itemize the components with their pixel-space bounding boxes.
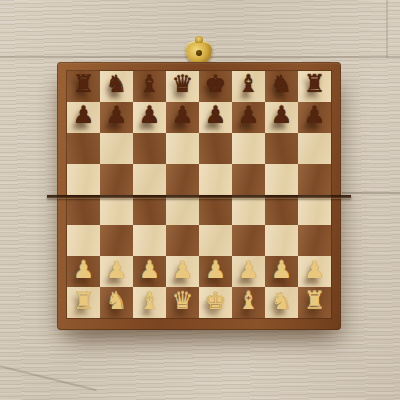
- square-h8[interactable]: ♜: [298, 71, 331, 102]
- square-c8[interactable]: ♝: [133, 71, 166, 102]
- light-bishop-f1[interactable]: ♝: [238, 289, 260, 313]
- light-pawn-d2[interactable]: ♟: [172, 258, 194, 282]
- square-a2[interactable]: ♟: [67, 256, 100, 287]
- square-h5[interactable]: [298, 164, 331, 195]
- square-h3[interactable]: [298, 225, 331, 256]
- dark-pawn-g7[interactable]: ♟: [271, 103, 293, 127]
- square-f7[interactable]: ♟: [232, 102, 265, 133]
- square-h4[interactable]: [298, 195, 331, 226]
- chess-board: ♜♞♝♛♚♝♞♜♟♟♟♟♟♟♟♟♟♟♟♟♟♟♟♟♜♞♝♛♚♝♞♜: [57, 62, 341, 330]
- square-b2[interactable]: ♟: [100, 256, 133, 287]
- light-rook-h1[interactable]: ♜: [304, 289, 326, 313]
- light-knight-b1[interactable]: ♞: [106, 289, 128, 313]
- light-pawn-g2[interactable]: ♟: [271, 258, 293, 282]
- dark-pawn-h7[interactable]: ♟: [304, 103, 326, 127]
- plank-seam: [0, 363, 97, 392]
- square-h1[interactable]: ♜: [298, 287, 331, 318]
- square-d5[interactable]: [166, 164, 199, 195]
- square-a4[interactable]: [67, 195, 100, 226]
- square-e3[interactable]: [199, 225, 232, 256]
- square-g7[interactable]: ♟: [265, 102, 298, 133]
- dark-pawn-f7[interactable]: ♟: [238, 103, 260, 127]
- square-g6[interactable]: [265, 133, 298, 164]
- light-pawn-b2[interactable]: ♟: [106, 258, 128, 282]
- light-pawn-c2[interactable]: ♟: [139, 258, 161, 282]
- square-e8[interactable]: ♚: [199, 71, 232, 102]
- dark-bishop-f8[interactable]: ♝: [238, 72, 260, 96]
- square-d2[interactable]: ♟: [166, 256, 199, 287]
- light-pawn-h2[interactable]: ♟: [304, 258, 326, 282]
- square-e6[interactable]: [199, 133, 232, 164]
- square-g1[interactable]: ♞: [265, 287, 298, 318]
- light-knight-g1[interactable]: ♞: [271, 289, 293, 313]
- square-b5[interactable]: [100, 164, 133, 195]
- square-g3[interactable]: [265, 225, 298, 256]
- square-a8[interactable]: ♜: [67, 71, 100, 102]
- square-b7[interactable]: ♟: [100, 102, 133, 133]
- square-a6[interactable]: [67, 133, 100, 164]
- square-b4[interactable]: [100, 195, 133, 226]
- square-d7[interactable]: ♟: [166, 102, 199, 133]
- light-pawn-f2[interactable]: ♟: [238, 258, 260, 282]
- light-bishop-c1[interactable]: ♝: [139, 289, 161, 313]
- square-a7[interactable]: ♟: [67, 102, 100, 133]
- square-f5[interactable]: [232, 164, 265, 195]
- square-e4[interactable]: [199, 195, 232, 226]
- square-d3[interactable]: [166, 225, 199, 256]
- hinge-seam: [47, 195, 351, 199]
- square-d4[interactable]: [166, 195, 199, 226]
- square-e1[interactable]: ♚: [199, 287, 232, 318]
- square-b3[interactable]: [100, 225, 133, 256]
- dark-pawn-e7[interactable]: ♟: [205, 103, 227, 127]
- dark-king-e8[interactable]: ♚: [205, 72, 227, 96]
- square-c5[interactable]: [133, 164, 166, 195]
- light-pawn-a2[interactable]: ♟: [73, 258, 95, 282]
- square-h6[interactable]: [298, 133, 331, 164]
- square-f1[interactable]: ♝: [232, 287, 265, 318]
- dark-bishop-c8[interactable]: ♝: [139, 72, 161, 96]
- dark-knight-g8[interactable]: ♞: [271, 72, 293, 96]
- plank-seam: [342, 192, 400, 194]
- light-king-e1[interactable]: ♚: [205, 289, 227, 313]
- square-g2[interactable]: ♟: [265, 256, 298, 287]
- square-d8[interactable]: ♛: [166, 71, 199, 102]
- dark-pawn-d7[interactable]: ♟: [172, 103, 194, 127]
- square-a1[interactable]: ♜: [67, 287, 100, 318]
- square-g5[interactable]: [265, 164, 298, 195]
- square-h2[interactable]: ♟: [298, 256, 331, 287]
- square-e5[interactable]: [199, 164, 232, 195]
- dark-pawn-c7[interactable]: ♟: [139, 103, 161, 127]
- square-g8[interactable]: ♞: [265, 71, 298, 102]
- clasp-hole: [196, 50, 202, 56]
- dark-queen-d8[interactable]: ♛: [172, 72, 194, 96]
- square-a3[interactable]: [67, 225, 100, 256]
- square-h7[interactable]: ♟: [298, 102, 331, 133]
- square-b8[interactable]: ♞: [100, 71, 133, 102]
- square-c4[interactable]: [133, 195, 166, 226]
- square-d6[interactable]: [166, 133, 199, 164]
- square-a5[interactable]: [67, 164, 100, 195]
- square-d1[interactable]: ♛: [166, 287, 199, 318]
- light-rook-a1[interactable]: ♜: [73, 289, 95, 313]
- square-c1[interactable]: ♝: [133, 287, 166, 318]
- square-c7[interactable]: ♟: [133, 102, 166, 133]
- square-f8[interactable]: ♝: [232, 71, 265, 102]
- brass-clasp: [186, 41, 212, 64]
- light-pawn-e2[interactable]: ♟: [205, 258, 227, 282]
- square-c6[interactable]: [133, 133, 166, 164]
- square-b6[interactable]: [100, 133, 133, 164]
- square-c3[interactable]: [133, 225, 166, 256]
- dark-pawn-b7[interactable]: ♟: [106, 103, 128, 127]
- square-e2[interactable]: ♟: [199, 256, 232, 287]
- light-queen-d1[interactable]: ♛: [172, 289, 194, 313]
- plank-seam: [386, 0, 388, 58]
- square-e7[interactable]: ♟: [199, 102, 232, 133]
- dark-knight-b8[interactable]: ♞: [106, 72, 128, 96]
- square-f3[interactable]: [232, 225, 265, 256]
- table-surface: ♜♞♝♛♚♝♞♜♟♟♟♟♟♟♟♟♟♟♟♟♟♟♟♟♜♞♝♛♚♝♞♜: [0, 0, 400, 400]
- square-g4[interactable]: [265, 195, 298, 226]
- square-f4[interactable]: [232, 195, 265, 226]
- square-f2[interactable]: ♟: [232, 256, 265, 287]
- square-f6[interactable]: [232, 133, 265, 164]
- dark-rook-h8[interactable]: ♜: [304, 72, 326, 96]
- square-c2[interactable]: ♟: [133, 256, 166, 287]
- dark-pawn-a7[interactable]: ♟: [73, 103, 95, 127]
- dark-rook-a8[interactable]: ♜: [73, 72, 95, 96]
- square-b1[interactable]: ♞: [100, 287, 133, 318]
